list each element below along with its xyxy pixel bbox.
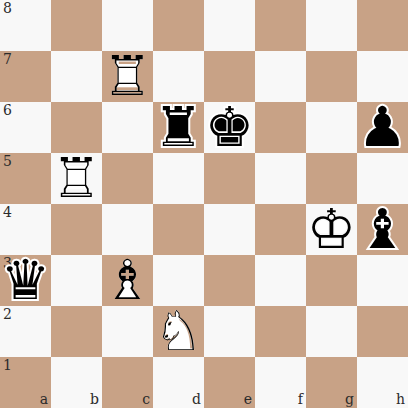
square-d5[interactable]: [153, 153, 204, 204]
square-f6[interactable]: [255, 102, 306, 153]
white-rook-icon: ♖: [51, 153, 102, 204]
piece-white-rook[interactable]: ♜♖: [51, 153, 102, 204]
square-d4[interactable]: [153, 204, 204, 255]
square-c3[interactable]: ♝♗: [102, 255, 153, 306]
square-f8[interactable]: [255, 0, 306, 51]
square-c7[interactable]: ♜♖: [102, 51, 153, 102]
black-rook-icon: ♜: [153, 102, 204, 153]
square-b2[interactable]: [51, 306, 102, 357]
file-label-e: e: [244, 392, 252, 407]
square-d2[interactable]: ♞♘: [153, 306, 204, 357]
square-e4[interactable]: [204, 204, 255, 255]
piece-white-rook[interactable]: ♜♖: [102, 51, 153, 102]
square-e8[interactable]: [204, 0, 255, 51]
square-a6[interactable]: 6: [0, 102, 51, 153]
square-b4[interactable]: [51, 204, 102, 255]
square-b7[interactable]: [51, 51, 102, 102]
square-g8[interactable]: [306, 0, 357, 51]
square-e2[interactable]: [204, 306, 255, 357]
chess-board: 87♜♖6♜♜♚♚♟♟5♜♖4♚♔♝♝3♛♛♝♗2♞♘1abcdefgh: [0, 0, 408, 408]
square-a7[interactable]: 7: [0, 51, 51, 102]
square-g2[interactable]: [306, 306, 357, 357]
rank-label-5: 5: [3, 153, 12, 170]
black-pawn-icon: ♟: [357, 102, 408, 153]
square-f1[interactable]: f: [255, 357, 306, 408]
square-b8[interactable]: [51, 0, 102, 51]
square-g6[interactable]: [306, 102, 357, 153]
square-c5[interactable]: [102, 153, 153, 204]
square-h6[interactable]: ♟♟: [357, 102, 408, 153]
white-rook-icon: ♖: [102, 51, 153, 102]
file-label-h: h: [396, 392, 405, 407]
square-e5[interactable]: [204, 153, 255, 204]
square-f4[interactable]: [255, 204, 306, 255]
square-g1[interactable]: g: [306, 357, 357, 408]
square-c6[interactable]: [102, 102, 153, 153]
square-e1[interactable]: e: [204, 357, 255, 408]
square-a8[interactable]: 8: [0, 0, 51, 51]
square-f2[interactable]: [255, 306, 306, 357]
rank-label-1: 1: [3, 357, 12, 374]
square-g3[interactable]: [306, 255, 357, 306]
rank-label-4: 4: [3, 204, 12, 221]
square-c2[interactable]: [102, 306, 153, 357]
square-b5[interactable]: ♜♖: [51, 153, 102, 204]
file-label-g: g: [345, 392, 354, 407]
file-label-c: c: [142, 392, 150, 407]
square-c1[interactable]: c: [102, 357, 153, 408]
square-h1[interactable]: h: [357, 357, 408, 408]
rank-label-2: 2: [3, 306, 12, 323]
piece-white-knight[interactable]: ♞♘: [153, 306, 204, 357]
white-knight-icon: ♘: [153, 306, 204, 357]
square-d6[interactable]: ♜♜: [153, 102, 204, 153]
square-g4[interactable]: ♚♔: [306, 204, 357, 255]
rank-label-6: 6: [3, 102, 12, 119]
black-bishop-icon: ♝: [357, 204, 408, 255]
square-h8[interactable]: [357, 0, 408, 51]
piece-black-pawn[interactable]: ♟♟: [357, 102, 408, 153]
square-e6[interactable]: ♚♚: [204, 102, 255, 153]
square-b1[interactable]: b: [51, 357, 102, 408]
file-label-f: f: [298, 392, 303, 407]
square-a2[interactable]: 2: [0, 306, 51, 357]
file-label-b: b: [90, 392, 99, 407]
square-a1[interactable]: 1a: [0, 357, 51, 408]
square-f5[interactable]: [255, 153, 306, 204]
file-label-d: d: [192, 392, 201, 407]
square-a3[interactable]: 3♛♛: [0, 255, 51, 306]
square-h3[interactable]: [357, 255, 408, 306]
file-label-a: a: [40, 392, 48, 407]
black-king-icon: ♚: [204, 102, 255, 153]
black-queen-icon: ♛: [0, 255, 51, 306]
square-h2[interactable]: [357, 306, 408, 357]
rank-label-7: 7: [3, 51, 12, 68]
square-d8[interactable]: [153, 0, 204, 51]
square-h4[interactable]: ♝♝: [357, 204, 408, 255]
piece-black-queen[interactable]: ♛♛: [0, 255, 51, 306]
square-b3[interactable]: [51, 255, 102, 306]
square-a5[interactable]: 5: [0, 153, 51, 204]
piece-white-bishop[interactable]: ♝♗: [102, 255, 153, 306]
square-g7[interactable]: [306, 51, 357, 102]
square-d1[interactable]: d: [153, 357, 204, 408]
piece-white-king[interactable]: ♚♔: [306, 204, 357, 255]
square-f7[interactable]: [255, 51, 306, 102]
piece-black-rook[interactable]: ♜♜: [153, 102, 204, 153]
rank-label-8: 8: [3, 0, 12, 17]
white-king-icon: ♔: [306, 204, 357, 255]
piece-black-king[interactable]: ♚♚: [204, 102, 255, 153]
white-bishop-icon: ♗: [102, 255, 153, 306]
square-f3[interactable]: [255, 255, 306, 306]
square-e3[interactable]: [204, 255, 255, 306]
piece-black-bishop[interactable]: ♝♝: [357, 204, 408, 255]
